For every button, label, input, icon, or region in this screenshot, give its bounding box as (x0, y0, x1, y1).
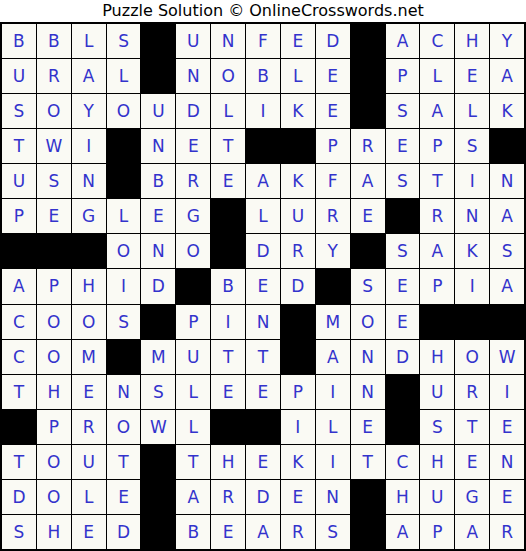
letter-cell: E (386, 269, 420, 303)
letter-cell: R (351, 129, 385, 163)
letter-cell: L (211, 94, 245, 128)
letter-cell: S (490, 234, 524, 268)
letter-cell: Y (316, 234, 350, 268)
block-cell (141, 515, 175, 549)
letter-cell: B (37, 24, 71, 58)
letter-cell: E (37, 199, 71, 233)
block-cell (141, 24, 175, 58)
letter-cell: H (455, 24, 489, 58)
letter-cell: D (107, 515, 141, 549)
letter-cell: I (211, 305, 245, 339)
letter-cell: L (316, 410, 350, 444)
letter-cell: U (2, 59, 36, 93)
block-cell (211, 410, 245, 444)
letter-cell: A (490, 199, 524, 233)
letter-cell: O (211, 59, 245, 93)
block-cell (386, 199, 420, 233)
letter-cell: O (37, 445, 71, 479)
letter-cell: E (455, 445, 489, 479)
letter-cell: K (281, 94, 315, 128)
letter-cell: S (420, 410, 454, 444)
letter-cell: U (72, 445, 106, 479)
letter-cell: R (211, 480, 245, 514)
letter-cell: M (72, 340, 106, 374)
block-cell (351, 515, 385, 549)
letter-cell: E (490, 480, 524, 514)
letter-cell: E (211, 515, 245, 549)
letter-cell: O (107, 94, 141, 128)
letter-cell: P (316, 129, 350, 163)
block-cell (211, 199, 245, 233)
letter-cell: L (420, 59, 454, 93)
letter-cell: E (316, 94, 350, 128)
letter-cell: C (2, 305, 36, 339)
block-cell (141, 305, 175, 339)
letter-cell: N (211, 24, 245, 58)
puzzle-solution-page: Puzzle Solution © OnlineCrosswords.net B… (0, 0, 526, 551)
letter-cell: N (351, 375, 385, 409)
letter-cell: D (316, 24, 350, 58)
letter-cell: T (351, 445, 385, 479)
block-cell (351, 94, 385, 128)
letter-cell: I (316, 375, 350, 409)
letter-cell: H (37, 515, 71, 549)
letter-cell: L (281, 59, 315, 93)
letter-cell: A (246, 515, 280, 549)
letter-cell: S (141, 375, 175, 409)
letter-cell: L (107, 199, 141, 233)
letter-cell: P (37, 269, 71, 303)
letter-cell: S (386, 234, 420, 268)
letter-cell: A (176, 480, 210, 514)
letter-cell: R (281, 515, 315, 549)
letter-cell: I (490, 375, 524, 409)
letter-cell: S (2, 94, 36, 128)
letter-cell: C (2, 340, 36, 374)
letter-cell: E (316, 59, 350, 93)
block-cell (386, 410, 420, 444)
letter-cell: A (455, 515, 489, 549)
letter-cell: O (351, 305, 385, 339)
letter-cell: E (246, 445, 280, 479)
letter-cell: M (316, 305, 350, 339)
letter-cell: I (107, 269, 141, 303)
letter-cell: D (386, 340, 420, 374)
letter-cell: H (420, 340, 454, 374)
letter-cell: R (316, 199, 350, 233)
letter-cell: O (176, 234, 210, 268)
letter-cell: P (176, 305, 210, 339)
letter-cell: G (176, 199, 210, 233)
letter-cell: K (455, 234, 489, 268)
letter-cell: T (455, 410, 489, 444)
letter-cell: R (420, 199, 454, 233)
letter-cell: H (37, 375, 71, 409)
letter-cell: L (72, 480, 106, 514)
letter-cell: D (246, 480, 280, 514)
block-cell (351, 480, 385, 514)
letter-cell: E (211, 164, 245, 198)
letter-cell: A (490, 269, 524, 303)
letter-cell: T (2, 375, 36, 409)
letter-cell: H (72, 269, 106, 303)
block-cell (72, 234, 106, 268)
block-cell (351, 234, 385, 268)
letter-cell: E (490, 410, 524, 444)
letter-cell: B (211, 269, 245, 303)
letter-cell: E (176, 129, 210, 163)
block-cell (386, 375, 420, 409)
block-cell (211, 234, 245, 268)
letter-cell: R (37, 59, 71, 93)
letter-cell: T (176, 445, 210, 479)
letter-cell: T (2, 129, 36, 163)
letter-cell: E (107, 480, 141, 514)
letter-cell: K (281, 445, 315, 479)
letter-cell: F (246, 24, 280, 58)
letter-cell: G (72, 199, 106, 233)
letter-cell: B (246, 59, 280, 93)
letter-cell: E (351, 410, 385, 444)
block-cell (2, 410, 36, 444)
letter-cell: E (141, 199, 175, 233)
letter-cell: S (107, 305, 141, 339)
letter-cell: N (490, 164, 524, 198)
letter-cell: A (246, 164, 280, 198)
letter-cell: K (490, 94, 524, 128)
crossword-grid: BBLSUNFEDACHYURALNOBLEPLEASOYOUDLIKESALK… (0, 22, 526, 551)
letter-cell: E (386, 129, 420, 163)
block-cell (176, 269, 210, 303)
letter-cell: Y (72, 94, 106, 128)
letter-cell: N (141, 129, 175, 163)
letter-cell: I (455, 269, 489, 303)
letter-cell: P (386, 59, 420, 93)
letter-cell: A (386, 24, 420, 58)
letter-cell: W (490, 340, 524, 374)
letter-cell: E (386, 305, 420, 339)
letter-cell: L (72, 24, 106, 58)
letter-cell: Y (490, 24, 524, 58)
letter-cell: R (455, 375, 489, 409)
block-cell (107, 164, 141, 198)
letter-cell: T (246, 340, 280, 374)
letter-cell: N (176, 59, 210, 93)
letter-cell: N (351, 340, 385, 374)
letter-cell: U (2, 164, 36, 198)
letter-cell: R (281, 234, 315, 268)
block-cell (141, 480, 175, 514)
block-cell (351, 59, 385, 93)
block-cell (281, 305, 315, 339)
letter-cell: E (455, 59, 489, 93)
letter-cell: I (281, 410, 315, 444)
letter-cell: F (316, 164, 350, 198)
letter-cell: C (420, 24, 454, 58)
letter-cell: P (281, 375, 315, 409)
letter-cell: E (281, 480, 315, 514)
letter-cell: L (176, 410, 210, 444)
letter-cell: T (2, 445, 36, 479)
letter-cell: B (2, 24, 36, 58)
block-cell (420, 305, 454, 339)
letter-cell: S (107, 24, 141, 58)
letter-cell: R (490, 515, 524, 549)
letter-cell: E (351, 199, 385, 233)
block-cell (281, 129, 315, 163)
letter-cell: E (281, 24, 315, 58)
block-cell (490, 129, 524, 163)
letter-cell: E (246, 375, 280, 409)
block-cell (281, 340, 315, 374)
letter-cell: N (141, 234, 175, 268)
letter-cell: L (107, 59, 141, 93)
letter-cell: I (316, 445, 350, 479)
letter-cell: I (72, 129, 106, 163)
letter-cell: S (386, 94, 420, 128)
letter-cell: S (351, 269, 385, 303)
letter-cell: D (176, 94, 210, 128)
letter-cell: O (72, 305, 106, 339)
block-cell (37, 234, 71, 268)
letter-cell: N (316, 480, 350, 514)
letter-cell: A (490, 59, 524, 93)
block-cell (351, 24, 385, 58)
letter-cell: A (72, 59, 106, 93)
letter-cell: W (141, 410, 175, 444)
letter-cell: T (211, 129, 245, 163)
letter-cell: I (246, 94, 280, 128)
block-cell (107, 129, 141, 163)
letter-cell: O (37, 305, 71, 339)
letter-cell: O (107, 234, 141, 268)
letter-cell: N (490, 445, 524, 479)
block-cell (455, 305, 489, 339)
letter-cell: A (2, 269, 36, 303)
letter-cell: H (211, 445, 245, 479)
letter-cell: U (141, 94, 175, 128)
letter-cell: D (2, 480, 36, 514)
letter-cell: G (455, 480, 489, 514)
letter-cell: U (420, 480, 454, 514)
letter-cell: O (37, 340, 71, 374)
letter-cell: S (2, 515, 36, 549)
letter-cell: P (420, 515, 454, 549)
letter-cell: O (37, 94, 71, 128)
letter-cell: N (246, 305, 280, 339)
block-cell (246, 129, 280, 163)
block-cell (246, 410, 280, 444)
letter-cell: P (2, 199, 36, 233)
letter-cell: U (281, 199, 315, 233)
letter-cell: S (455, 129, 489, 163)
letter-cell: A (351, 164, 385, 198)
letter-cell: K (281, 164, 315, 198)
letter-cell: R (72, 410, 106, 444)
letter-cell: A (386, 515, 420, 549)
letter-cell: A (420, 234, 454, 268)
letter-cell: U (176, 340, 210, 374)
letter-cell: L (246, 199, 280, 233)
letter-cell: I (455, 164, 489, 198)
letter-cell: W (37, 129, 71, 163)
letter-cell: S (386, 164, 420, 198)
letter-cell: S (37, 164, 71, 198)
letter-cell: C (386, 445, 420, 479)
letter-cell: L (176, 375, 210, 409)
letter-cell: R (176, 164, 210, 198)
letter-cell: N (455, 199, 489, 233)
letter-cell: M (141, 340, 175, 374)
letter-cell: H (386, 480, 420, 514)
letter-cell: H (420, 445, 454, 479)
block-cell (107, 340, 141, 374)
block-cell (316, 269, 350, 303)
letter-cell: O (107, 410, 141, 444)
letter-cell: A (420, 94, 454, 128)
letter-cell: U (420, 375, 454, 409)
letter-cell: A (316, 340, 350, 374)
letter-cell: P (37, 410, 71, 444)
block-cell (141, 59, 175, 93)
letter-cell: T (420, 164, 454, 198)
letter-cell: E (211, 375, 245, 409)
letter-cell: E (72, 515, 106, 549)
letter-cell: P (420, 129, 454, 163)
block-cell (490, 305, 524, 339)
letter-cell: O (37, 480, 71, 514)
block-cell (2, 234, 36, 268)
letter-cell: N (72, 164, 106, 198)
letter-cell: E (246, 269, 280, 303)
letter-cell: B (176, 515, 210, 549)
letter-cell: D (141, 269, 175, 303)
letter-cell: T (107, 445, 141, 479)
letter-cell: N (107, 375, 141, 409)
letter-cell: T (211, 340, 245, 374)
block-cell (141, 445, 175, 479)
letter-cell: L (455, 94, 489, 128)
letter-cell: E (72, 375, 106, 409)
letter-cell: D (246, 234, 280, 268)
page-title: Puzzle Solution © OnlineCrosswords.net (0, 0, 526, 22)
letter-cell: O (455, 340, 489, 374)
letter-cell: B (141, 164, 175, 198)
letter-cell: P (420, 269, 454, 303)
letter-cell: S (316, 515, 350, 549)
letter-cell: U (176, 24, 210, 58)
letter-cell: D (281, 269, 315, 303)
